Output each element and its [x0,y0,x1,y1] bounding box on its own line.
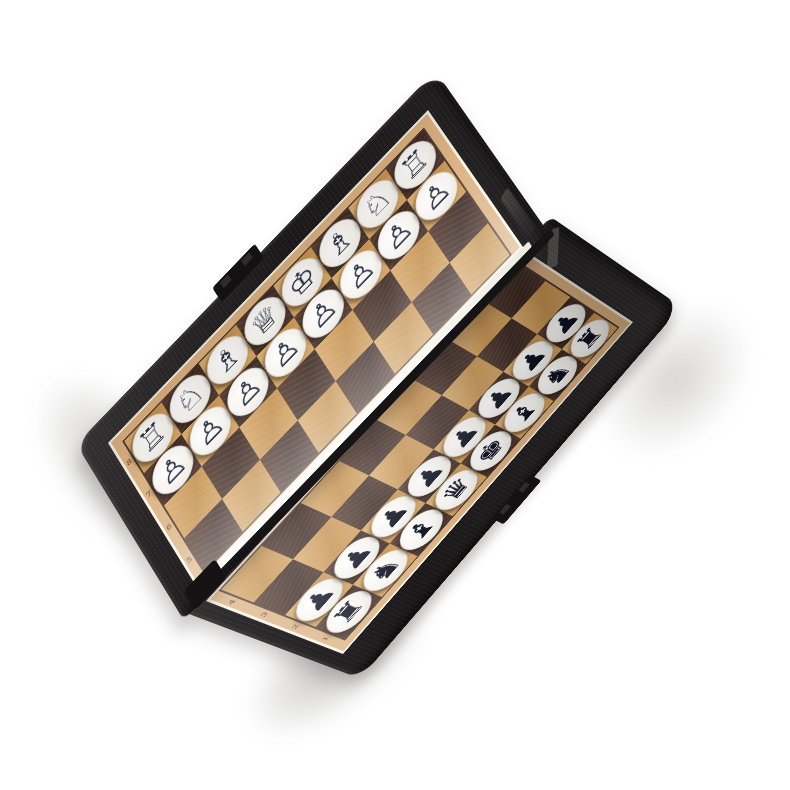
rank-label-7: 7 [143,487,154,501]
rank-label-5: 5 [183,553,194,567]
rank-label-6: 6 [163,520,174,534]
rank-label-1: 1 [319,633,332,644]
rank-label-8: 8 [123,455,134,469]
rank-label-2: 2 [288,621,302,632]
snap-latch-bottom [492,475,541,525]
rank-label-3: 3 [257,609,271,620]
rank-label-4: 4 [225,596,239,607]
product-photo-scene: ♟♟♟♟♟♟♟♟♜♞♝♛♚♝♞♜ 4321 ♖♘♗♕♔♗♘♖♙♙♙♙♙♙♙♙ 8… [0,0,790,790]
